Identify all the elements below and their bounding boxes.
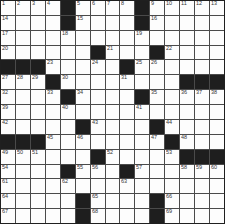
- clue-number: 32: [2, 90, 8, 96]
- clue-number: 17: [2, 31, 8, 37]
- grid-cell[interactable]: [76, 60, 90, 74]
- grid-cell[interactable]: [61, 135, 75, 149]
- grid-cell[interactable]: [76, 105, 90, 119]
- clue-number: 55: [77, 165, 83, 171]
- crossword-board: 1234567891011121314151617181920212223242…: [0, 0, 225, 224]
- grid-cell[interactable]: 41: [135, 105, 149, 119]
- grid-cell[interactable]: [195, 194, 209, 208]
- grid-cell[interactable]: [120, 31, 134, 45]
- clue-number: 50: [17, 150, 23, 156]
- clue-number: 27: [2, 75, 8, 81]
- grid-cell[interactable]: 43: [91, 120, 105, 134]
- grid-cell[interactable]: [135, 150, 149, 164]
- clue-number: 54: [2, 165, 8, 171]
- grid-cell[interactable]: [195, 60, 209, 74]
- clue-number: 12: [196, 1, 202, 7]
- grid-cell[interactable]: [180, 60, 194, 74]
- grid-cell[interactable]: [16, 31, 30, 45]
- grid-cell[interactable]: 27: [1, 75, 15, 89]
- clue-number: 34: [77, 90, 83, 96]
- grid-cell[interactable]: 48: [180, 135, 194, 149]
- grid-cell[interactable]: 2: [16, 1, 30, 15]
- grid-cell[interactable]: 45: [46, 135, 60, 149]
- clue-number: 49: [2, 150, 8, 156]
- clue-number: 62: [62, 179, 68, 185]
- grid-cell[interactable]: [120, 16, 134, 30]
- grid-cell[interactable]: [165, 90, 179, 104]
- grid-cell[interactable]: [135, 46, 149, 60]
- clue-number: 18: [62, 31, 68, 37]
- clue-number: 20: [2, 46, 8, 52]
- grid-cell[interactable]: 4: [46, 1, 60, 15]
- grid-cell[interactable]: [31, 179, 45, 193]
- black-cell: [120, 165, 134, 179]
- grid-cell[interactable]: [165, 179, 179, 193]
- grid-cell[interactable]: [31, 209, 45, 223]
- grid-cell[interactable]: 56: [91, 165, 105, 179]
- grid-cell[interactable]: [195, 46, 209, 60]
- grid-cell[interactable]: [61, 60, 75, 74]
- grid-cell[interactable]: 21: [106, 46, 120, 60]
- grid-cell[interactable]: 55: [76, 165, 90, 179]
- grid-cell[interactable]: 59: [195, 165, 209, 179]
- black-cell: [195, 75, 209, 89]
- clue-number: 26: [151, 60, 157, 66]
- grid-cell[interactable]: 16: [150, 16, 164, 30]
- grid-cell[interactable]: [46, 209, 60, 223]
- grid-cell[interactable]: [31, 16, 45, 30]
- grid-cell[interactable]: [180, 46, 194, 60]
- grid-cell[interactable]: 28: [16, 75, 30, 89]
- grid-cell[interactable]: [31, 165, 45, 179]
- black-cell: [210, 75, 224, 89]
- clue-number: 19: [136, 31, 142, 37]
- black-cell: [61, 90, 75, 104]
- grid-cell[interactable]: [120, 105, 134, 119]
- clue-number: 58: [181, 165, 187, 171]
- grid-cell[interactable]: 38: [210, 90, 224, 104]
- grid-cell[interactable]: [165, 31, 179, 45]
- black-cell: [180, 150, 194, 164]
- grid-cell[interactable]: 52: [106, 150, 120, 164]
- grid-cell[interactable]: [106, 194, 120, 208]
- grid-cell[interactable]: [16, 120, 30, 134]
- grid-cell[interactable]: 26: [150, 60, 164, 74]
- grid-cell[interactable]: [76, 179, 90, 193]
- clue-number: 38: [211, 90, 217, 96]
- grid-cell[interactable]: [180, 209, 194, 223]
- grid-cell[interactable]: [106, 135, 120, 149]
- grid-cell[interactable]: 44: [165, 120, 179, 134]
- grid-cell[interactable]: [46, 194, 60, 208]
- grid-cell[interactable]: [135, 179, 149, 193]
- black-cell: [16, 135, 30, 149]
- grid-cell[interactable]: [76, 75, 90, 89]
- grid-cell[interactable]: 3: [31, 1, 45, 15]
- grid-cell[interactable]: [150, 150, 164, 164]
- grid-cell[interactable]: [180, 120, 194, 134]
- grid-cell[interactable]: [120, 135, 134, 149]
- grid-cell[interactable]: [180, 179, 194, 193]
- clue-number: 66: [166, 194, 172, 200]
- grid-cell[interactable]: 19: [135, 31, 149, 45]
- clue-number: 42: [2, 120, 8, 126]
- grid-cell[interactable]: [180, 16, 194, 30]
- grid-cell[interactable]: [76, 150, 90, 164]
- grid-cell[interactable]: [210, 120, 224, 134]
- grid-cell[interactable]: 60: [210, 165, 224, 179]
- clue-number: 63: [121, 179, 127, 185]
- clue-number: 5: [77, 1, 80, 7]
- grid-cell[interactable]: [46, 105, 60, 119]
- grid-cell[interactable]: [76, 31, 90, 45]
- black-cell: [210, 150, 224, 164]
- grid-cell[interactable]: [61, 209, 75, 223]
- clue-number: 53: [166, 150, 172, 156]
- grid-cell[interactable]: 66: [165, 194, 179, 208]
- clue-number: 45: [47, 135, 53, 141]
- clue-number: 67: [2, 209, 8, 215]
- grid-cell[interactable]: 62: [61, 179, 75, 193]
- grid-cell[interactable]: [195, 31, 209, 45]
- grid-cell[interactable]: [180, 31, 194, 45]
- grid-cell[interactable]: 1: [1, 1, 15, 15]
- black-cell: [150, 46, 164, 60]
- grid-cell[interactable]: 63: [120, 179, 134, 193]
- clue-number: 40: [62, 105, 68, 111]
- grid-cell[interactable]: 29: [31, 75, 45, 89]
- grid-cell[interactable]: 42: [1, 120, 15, 134]
- grid-cell[interactable]: 5: [76, 1, 90, 15]
- grid-cell[interactable]: 68: [91, 209, 105, 223]
- grid-cell[interactable]: 18: [61, 31, 75, 45]
- clue-number: 9: [151, 1, 154, 7]
- grid-cell[interactable]: [210, 31, 224, 45]
- grid-cell[interactable]: [106, 105, 120, 119]
- grid-cell[interactable]: [180, 105, 194, 119]
- black-cell: [61, 1, 75, 15]
- grid-cell[interactable]: [150, 165, 164, 179]
- grid-cell[interactable]: [120, 209, 134, 223]
- grid-cell[interactable]: [91, 105, 105, 119]
- grid-cell[interactable]: [135, 75, 149, 89]
- grid-cell[interactable]: [16, 105, 30, 119]
- grid-cell[interactable]: [31, 46, 45, 60]
- grid-cell[interactable]: [106, 179, 120, 193]
- grid-cell[interactable]: [120, 90, 134, 104]
- clue-number: 60: [211, 165, 217, 171]
- grid-cell[interactable]: [210, 179, 224, 193]
- grid-cell[interactable]: 39: [1, 105, 15, 119]
- grid-cell[interactable]: [106, 31, 120, 45]
- grid-cell[interactable]: 35: [150, 90, 164, 104]
- grid-cell[interactable]: [61, 194, 75, 208]
- clue-number: 46: [77, 135, 83, 141]
- clue-number: 14: [2, 16, 8, 22]
- grid-cell[interactable]: [135, 120, 149, 134]
- clue-number: 28: [17, 75, 23, 81]
- grid-cell[interactable]: 7: [106, 1, 120, 15]
- clue-number: 31: [121, 75, 127, 81]
- clue-number: 6: [92, 1, 95, 7]
- grid-cell[interactable]: [46, 150, 60, 164]
- clue-number: 68: [92, 209, 98, 215]
- grid-cell[interactable]: [195, 179, 209, 193]
- black-cell: [180, 75, 194, 89]
- clue-number: 8: [121, 1, 124, 7]
- grid-cell[interactable]: [150, 105, 164, 119]
- grid-cell[interactable]: 34: [76, 90, 90, 104]
- black-cell: [16, 60, 30, 74]
- clue-number: 4: [47, 1, 50, 7]
- clue-number: 52: [107, 150, 113, 156]
- grid-cell[interactable]: [106, 120, 120, 134]
- grid-cell[interactable]: [165, 16, 179, 30]
- black-cell: [135, 90, 149, 104]
- grid-cell[interactable]: [165, 165, 179, 179]
- grid-cell[interactable]: [76, 46, 90, 60]
- grid-cell[interactable]: [150, 179, 164, 193]
- grid-cell[interactable]: [210, 105, 224, 119]
- grid-cell[interactable]: [91, 75, 105, 89]
- grid-cell[interactable]: [16, 16, 30, 30]
- grid-cell[interactable]: 50: [16, 150, 30, 164]
- grid-cell[interactable]: [150, 31, 164, 45]
- grid-cell[interactable]: 13: [210, 1, 224, 15]
- grid-cell[interactable]: [31, 120, 45, 134]
- grid-cell[interactable]: [16, 46, 30, 60]
- grid-cell[interactable]: [61, 120, 75, 134]
- grid-cell[interactable]: [195, 135, 209, 149]
- grid-cell[interactable]: [195, 105, 209, 119]
- black-cell: [91, 150, 105, 164]
- grid-cell[interactable]: [210, 60, 224, 74]
- grid-cell[interactable]: 61: [1, 179, 15, 193]
- clue-number: 59: [196, 165, 202, 171]
- grid-cell[interactable]: [31, 90, 45, 104]
- grid-cell[interactable]: 23: [46, 60, 60, 74]
- grid-cell[interactable]: [195, 209, 209, 223]
- black-cell: [91, 46, 105, 60]
- grid-cell[interactable]: 14: [1, 16, 15, 30]
- clue-number: 3: [32, 1, 35, 7]
- clue-number: 33: [47, 90, 53, 96]
- clue-number: 15: [77, 16, 83, 22]
- clue-number: 41: [136, 105, 142, 111]
- clue-number: 48: [181, 135, 187, 141]
- clue-number: 30: [62, 75, 68, 81]
- grid-cell[interactable]: [210, 16, 224, 30]
- grid-cell[interactable]: [91, 90, 105, 104]
- grid-cell[interactable]: [16, 90, 30, 104]
- black-cell: [46, 75, 60, 89]
- clue-number: 1: [2, 1, 5, 7]
- grid-cell[interactable]: 15: [76, 16, 90, 30]
- grid-cell[interactable]: [135, 194, 149, 208]
- grid-cell[interactable]: [120, 150, 134, 164]
- clue-number: 61: [2, 179, 8, 185]
- clue-number: 36: [181, 90, 187, 96]
- grid-cell[interactable]: [46, 16, 60, 30]
- grid-cell[interactable]: [91, 16, 105, 30]
- black-cell: [1, 135, 15, 149]
- black-cell: [1, 60, 15, 74]
- clue-number: 29: [32, 75, 38, 81]
- clue-number: 10: [166, 1, 172, 7]
- grid-cell[interactable]: [165, 105, 179, 119]
- grid-cell[interactable]: [135, 135, 149, 149]
- grid-cell[interactable]: [61, 46, 75, 60]
- grid-cell[interactable]: [106, 75, 120, 89]
- grid-cell[interactable]: [31, 31, 45, 45]
- grid-cell[interactable]: 69: [165, 209, 179, 223]
- grid-cell[interactable]: 20: [1, 46, 15, 60]
- grid-cell[interactable]: 6: [91, 1, 105, 15]
- clue-number: 44: [166, 120, 172, 126]
- clue-number: 47: [151, 135, 157, 141]
- black-cell: [76, 209, 90, 223]
- clue-number: 24: [92, 60, 98, 66]
- grid-cell[interactable]: 10: [165, 1, 179, 15]
- grid-cell[interactable]: [16, 194, 30, 208]
- clue-number: 65: [92, 194, 98, 200]
- grid-cell[interactable]: 11: [180, 1, 194, 15]
- grid-cell[interactable]: [16, 209, 30, 223]
- clue-number: 23: [47, 60, 53, 66]
- grid-cell[interactable]: [61, 150, 75, 164]
- clue-number: 35: [151, 90, 157, 96]
- grid-cell[interactable]: [150, 75, 164, 89]
- grid-cell[interactable]: [106, 165, 120, 179]
- black-cell: [165, 135, 179, 149]
- black-cell: [61, 165, 75, 179]
- grid-cell[interactable]: [210, 135, 224, 149]
- black-cell: [31, 135, 45, 149]
- grid-cell[interactable]: 25: [135, 60, 149, 74]
- grid-cell[interactable]: 65: [91, 194, 105, 208]
- clue-number: 37: [196, 90, 202, 96]
- grid-cell[interactable]: 64: [1, 194, 15, 208]
- grid-cell[interactable]: [46, 179, 60, 193]
- grid-cell[interactable]: [180, 194, 194, 208]
- grid-cell[interactable]: [120, 120, 134, 134]
- clue-number: 64: [2, 194, 8, 200]
- clue-number: 25: [136, 60, 142, 66]
- grid-cell[interactable]: [210, 194, 224, 208]
- grid-cell[interactable]: 32: [1, 90, 15, 104]
- grid-cell[interactable]: [16, 179, 30, 193]
- black-cell: [120, 60, 134, 74]
- grid-cell[interactable]: [165, 75, 179, 89]
- grid-cell[interactable]: 58: [180, 165, 194, 179]
- clue-number: 43: [92, 120, 98, 126]
- grid-cell[interactable]: [106, 209, 120, 223]
- grid-cell[interactable]: 53: [165, 150, 179, 164]
- grid-cell[interactable]: [195, 120, 209, 134]
- grid-cell[interactable]: 12: [195, 1, 209, 15]
- black-cell: [135, 16, 149, 30]
- grid-cell[interactable]: [16, 165, 30, 179]
- grid-cell[interactable]: 49: [1, 150, 15, 164]
- grid-cell[interactable]: [46, 31, 60, 45]
- grid-cell[interactable]: [210, 209, 224, 223]
- grid-cell[interactable]: [31, 105, 45, 119]
- black-cell: [31, 60, 45, 74]
- clue-number: 11: [181, 1, 187, 7]
- grid-cell[interactable]: [46, 46, 60, 60]
- grid-cell[interactable]: 57: [135, 165, 149, 179]
- grid-cell[interactable]: [91, 135, 105, 149]
- grid-cell[interactable]: 40: [61, 105, 75, 119]
- grid-cell[interactable]: 47: [150, 135, 164, 149]
- clue-number: 51: [32, 150, 38, 156]
- clue-number: 16: [151, 16, 157, 22]
- grid-cell[interactable]: 9: [150, 1, 164, 15]
- grid-cell[interactable]: 22: [165, 46, 179, 60]
- grid-cell[interactable]: 24: [91, 60, 105, 74]
- grid-cell[interactable]: [135, 209, 149, 223]
- grid-cell[interactable]: [91, 31, 105, 45]
- black-cell: [135, 1, 149, 15]
- grid-cell[interactable]: 33: [46, 90, 60, 104]
- clue-number: 13: [211, 1, 217, 7]
- grid-cell[interactable]: 51: [31, 150, 45, 164]
- grid-cell[interactable]: [106, 60, 120, 74]
- grid-cell[interactable]: [120, 46, 134, 60]
- black-cell: [61, 16, 75, 30]
- clue-number: 22: [166, 46, 172, 52]
- grid-cell[interactable]: 46: [76, 135, 90, 149]
- clue-number: 21: [107, 46, 113, 52]
- black-cell: [76, 120, 90, 134]
- grid-cell[interactable]: [31, 194, 45, 208]
- clue-number: 39: [2, 105, 8, 111]
- grid-cell[interactable]: 31: [120, 75, 134, 89]
- grid-cell[interactable]: [195, 16, 209, 30]
- grid-cell[interactable]: 8: [120, 1, 134, 15]
- grid-cell[interactable]: [106, 16, 120, 30]
- grid-cell[interactable]: 36: [180, 90, 194, 104]
- grid-cell[interactable]: 37: [195, 90, 209, 104]
- grid-cell[interactable]: [106, 90, 120, 104]
- clue-number: 69: [166, 209, 172, 215]
- grid-cell[interactable]: [46, 165, 60, 179]
- grid-cell[interactable]: 17: [1, 31, 15, 45]
- grid-cell[interactable]: 30: [61, 75, 75, 89]
- clue-number: 57: [136, 165, 142, 171]
- grid-cell[interactable]: [165, 60, 179, 74]
- grid-cell[interactable]: [91, 179, 105, 193]
- black-cell: [76, 194, 90, 208]
- grid-cell[interactable]: [46, 120, 60, 134]
- black-cell: [195, 150, 209, 164]
- black-cell: [150, 209, 164, 223]
- clue-number: 2: [17, 1, 20, 7]
- grid-cell[interactable]: [210, 46, 224, 60]
- black-cell: [150, 194, 164, 208]
- black-cell: [150, 120, 164, 134]
- clue-number: 7: [107, 1, 110, 7]
- grid-cell[interactable]: 67: [1, 209, 15, 223]
- clue-number: 56: [92, 165, 98, 171]
- grid-cell[interactable]: 54: [1, 165, 15, 179]
- grid-cell[interactable]: [120, 194, 134, 208]
